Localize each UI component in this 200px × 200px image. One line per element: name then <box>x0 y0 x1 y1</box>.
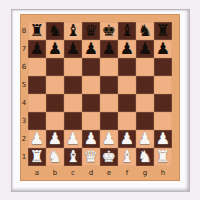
rank-label-3: 3 <box>20 112 28 130</box>
file-labels: abcdefgh <box>28 166 172 179</box>
square-c8[interactable]: ♝ <box>64 22 82 40</box>
rank-labels: 87654321 <box>20 22 28 166</box>
square-a2[interactable]: ♟ <box>28 130 46 148</box>
square-b4[interactable] <box>46 94 64 112</box>
square-d7[interactable]: ♟ <box>82 40 100 58</box>
white-bishop: ♝ <box>120 148 134 166</box>
rank-label-8: 8 <box>20 22 28 40</box>
white-pawn: ♟ <box>156 130 170 148</box>
square-g6[interactable] <box>136 58 154 76</box>
white-rook: ♜ <box>30 148 44 166</box>
rank-label-7: 7 <box>20 40 28 58</box>
white-pawn: ♟ <box>66 130 80 148</box>
white-pawn: ♟ <box>120 130 134 148</box>
square-f5[interactable] <box>118 76 136 94</box>
black-bishop: ♝ <box>66 22 80 40</box>
square-h4[interactable] <box>154 94 172 112</box>
square-h2[interactable]: ♟ <box>154 130 172 148</box>
square-d2[interactable]: ♟ <box>82 130 100 148</box>
white-king: ♚ <box>102 148 116 166</box>
black-knight: ♞ <box>48 22 62 40</box>
file-label-a: a <box>28 166 46 179</box>
rank-label-5: 5 <box>20 76 28 94</box>
black-knight: ♞ <box>138 22 152 40</box>
square-g2[interactable]: ♟ <box>136 130 154 148</box>
square-f8[interactable]: ♝ <box>118 22 136 40</box>
square-e8[interactable]: ♚ <box>100 22 118 40</box>
square-b5[interactable] <box>46 76 64 94</box>
square-f1[interactable]: ♝ <box>118 148 136 166</box>
square-c1[interactable]: ♝ <box>64 148 82 166</box>
square-e1[interactable]: ♚ <box>100 148 118 166</box>
square-f2[interactable]: ♟ <box>118 130 136 148</box>
square-g3[interactable] <box>136 112 154 130</box>
white-queen: ♛ <box>84 148 98 166</box>
black-pawn: ♟ <box>84 40 98 58</box>
square-h1[interactable]: ♜ <box>154 148 172 166</box>
square-e5[interactable] <box>100 76 118 94</box>
black-rook: ♜ <box>30 22 44 40</box>
square-h5[interactable] <box>154 76 172 94</box>
square-c7[interactable]: ♟ <box>64 40 82 58</box>
square-g4[interactable] <box>136 94 154 112</box>
square-b2[interactable]: ♟ <box>46 130 64 148</box>
square-d3[interactable] <box>82 112 100 130</box>
square-g5[interactable] <box>136 76 154 94</box>
square-g7[interactable]: ♟ <box>136 40 154 58</box>
white-bishop: ♝ <box>66 148 80 166</box>
rank-label-6: 6 <box>20 58 28 76</box>
square-e3[interactable] <box>100 112 118 130</box>
file-label-e: e <box>100 166 118 179</box>
square-b6[interactable] <box>46 58 64 76</box>
square-b3[interactable] <box>46 112 64 130</box>
square-e7[interactable]: ♟ <box>100 40 118 58</box>
black-rook: ♜ <box>156 22 170 40</box>
file-label-b: b <box>46 166 64 179</box>
square-e6[interactable] <box>100 58 118 76</box>
black-bishop: ♝ <box>120 22 134 40</box>
square-a1[interactable]: ♜ <box>28 148 46 166</box>
square-h8[interactable]: ♜ <box>154 22 172 40</box>
square-b8[interactable]: ♞ <box>46 22 64 40</box>
square-h7[interactable]: ♟ <box>154 40 172 58</box>
black-pawn: ♟ <box>48 40 62 58</box>
white-knight: ♞ <box>48 148 62 166</box>
black-pawn: ♟ <box>66 40 80 58</box>
black-pawn: ♟ <box>102 40 116 58</box>
square-e2[interactable]: ♟ <box>100 130 118 148</box>
square-c5[interactable] <box>64 76 82 94</box>
square-a3[interactable] <box>28 112 46 130</box>
square-e4[interactable] <box>100 94 118 112</box>
black-pawn: ♟ <box>156 40 170 58</box>
square-c3[interactable] <box>64 112 82 130</box>
white-pawn: ♟ <box>84 130 98 148</box>
square-f3[interactable] <box>118 112 136 130</box>
white-pawn: ♟ <box>48 130 62 148</box>
square-a8[interactable]: ♜ <box>28 22 46 40</box>
square-b7[interactable]: ♟ <box>46 40 64 58</box>
white-pawn: ♟ <box>102 130 116 148</box>
rank-label-2: 2 <box>20 130 28 148</box>
white-pawn: ♟ <box>138 130 152 148</box>
file-label-g: g <box>136 166 154 179</box>
square-d4[interactable] <box>82 94 100 112</box>
square-c6[interactable] <box>64 58 82 76</box>
square-a4[interactable] <box>28 94 46 112</box>
rank-label-4: 4 <box>20 94 28 112</box>
square-c2[interactable]: ♟ <box>64 130 82 148</box>
file-label-c: c <box>64 166 82 179</box>
square-h3[interactable] <box>154 112 172 130</box>
file-label-h: h <box>154 166 172 179</box>
square-g8[interactable]: ♞ <box>136 22 154 40</box>
square-f4[interactable] <box>118 94 136 112</box>
black-pawn: ♟ <box>120 40 134 58</box>
square-a7[interactable]: ♟ <box>28 40 46 58</box>
black-king: ♚ <box>102 22 116 40</box>
black-queen: ♛ <box>84 22 98 40</box>
black-pawn: ♟ <box>138 40 152 58</box>
white-knight: ♞ <box>138 148 152 166</box>
square-b1[interactable]: ♞ <box>46 148 64 166</box>
square-f7[interactable]: ♟ <box>118 40 136 58</box>
square-g1[interactable]: ♞ <box>136 148 154 166</box>
square-d6[interactable] <box>82 58 100 76</box>
file-label-f: f <box>118 166 136 179</box>
black-pawn: ♟ <box>30 40 44 58</box>
chessboard-photo: 87654321 ♜♞♝♛♚♝♞♜♟♟♟♟♟♟♟♟♟♟♟♟♟♟♟♟♜♞♝♛♚♝♞… <box>0 0 200 200</box>
square-f6[interactable] <box>118 58 136 76</box>
square-d8[interactable]: ♛ <box>82 22 100 40</box>
square-c4[interactable] <box>64 94 82 112</box>
square-d5[interactable] <box>82 76 100 94</box>
square-d1[interactable]: ♛ <box>82 148 100 166</box>
white-rook: ♜ <box>156 148 170 166</box>
white-pawn: ♟ <box>30 130 44 148</box>
rank-label-1: 1 <box>20 148 28 166</box>
file-label-d: d <box>82 166 100 179</box>
square-a5[interactable] <box>28 76 46 94</box>
square-h6[interactable] <box>154 58 172 76</box>
square-a6[interactable] <box>28 58 46 76</box>
chess-board: ♜♞♝♛♚♝♞♜♟♟♟♟♟♟♟♟♟♟♟♟♟♟♟♟♜♞♝♛♚♝♞♜ <box>28 22 172 166</box>
